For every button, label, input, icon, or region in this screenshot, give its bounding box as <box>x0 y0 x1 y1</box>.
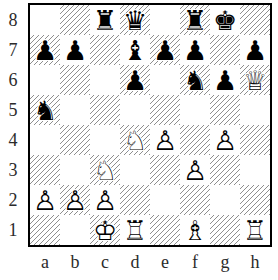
piece-black-pawn: ♟ <box>150 35 180 65</box>
square-g6[interactable]: ♟♟ <box>210 65 240 95</box>
rank-label-2: 2 <box>0 185 26 215</box>
piece-white-knight: ♘ <box>90 155 120 185</box>
piece-black-pawn: ♟ <box>180 35 210 65</box>
file-label-g: g <box>210 251 240 273</box>
piece-fill: ♞ <box>120 125 150 155</box>
square-b6[interactable] <box>60 65 90 95</box>
piece-fill: ♚ <box>90 215 120 245</box>
piece-fill: ♟ <box>60 35 90 65</box>
square-b3[interactable] <box>60 155 90 185</box>
piece-fill: ♚ <box>210 5 240 35</box>
square-e4[interactable]: ♟♙ <box>150 125 180 155</box>
square-b5[interactable] <box>60 95 90 125</box>
piece-black-bishop: ♝ <box>120 35 150 65</box>
square-h4[interactable] <box>240 125 270 155</box>
piece-white-pawn: ♙ <box>210 125 240 155</box>
square-b8[interactable] <box>60 5 90 35</box>
file-labels: abcdefgh <box>30 251 270 273</box>
piece-white-queen: ♕ <box>240 65 270 95</box>
rank-label-5: 5 <box>0 95 26 125</box>
square-e3[interactable] <box>150 155 180 185</box>
square-a4[interactable] <box>30 125 60 155</box>
square-c3[interactable]: ♞♘ <box>90 155 120 185</box>
piece-black-rook: ♜ <box>180 5 210 35</box>
piece-fill: ♜ <box>180 5 210 35</box>
square-d1[interactable]: ♜♖ <box>120 215 150 245</box>
square-a1[interactable] <box>30 215 60 245</box>
square-c7[interactable] <box>90 35 120 65</box>
piece-fill: ♟ <box>180 35 210 65</box>
square-g1[interactable] <box>210 215 240 245</box>
square-e5[interactable] <box>150 95 180 125</box>
square-c1[interactable]: ♚♔ <box>90 215 120 245</box>
square-f5[interactable] <box>180 95 210 125</box>
square-e7[interactable]: ♟♟ <box>150 35 180 65</box>
square-d6[interactable]: ♟♟ <box>120 65 150 95</box>
piece-fill: ♝ <box>120 35 150 65</box>
rank-label-8: 8 <box>0 5 26 35</box>
square-f1[interactable]: ♝♗ <box>180 215 210 245</box>
piece-fill: ♞ <box>180 65 210 95</box>
piece-white-pawn: ♙ <box>180 155 210 185</box>
square-h7[interactable]: ♟♟ <box>240 35 270 65</box>
square-a6[interactable] <box>30 65 60 95</box>
piece-fill: ♞ <box>90 155 120 185</box>
square-g4[interactable]: ♟♙ <box>210 125 240 155</box>
chess-diagram: 87654321 ♜♜♛♛♜♜♚♚♟♟♟♟♝♝♟♟♟♟♟♟♟♟♞♞♟♟♛♕♞♞♞… <box>0 0 278 280</box>
square-a7[interactable]: ♟♟ <box>30 35 60 65</box>
piece-fill: ♟ <box>120 65 150 95</box>
piece-fill: ♟ <box>210 65 240 95</box>
square-d8[interactable]: ♛♛ <box>120 5 150 35</box>
piece-fill: ♟ <box>150 125 180 155</box>
piece-white-knight: ♘ <box>120 125 150 155</box>
square-e1[interactable] <box>150 215 180 245</box>
square-h3[interactable] <box>240 155 270 185</box>
square-f4[interactable] <box>180 125 210 155</box>
file-label-b: b <box>60 251 90 273</box>
file-label-f: f <box>180 251 210 273</box>
square-e6[interactable] <box>150 65 180 95</box>
square-c6[interactable] <box>90 65 120 95</box>
piece-fill: ♟ <box>90 185 120 215</box>
file-label-c: c <box>90 251 120 273</box>
square-a8[interactable] <box>30 5 60 35</box>
rank-label-1: 1 <box>0 215 26 245</box>
piece-black-queen: ♛ <box>120 5 150 35</box>
square-g2[interactable] <box>210 185 240 215</box>
square-d3[interactable] <box>120 155 150 185</box>
piece-black-pawn: ♟ <box>30 35 60 65</box>
square-f7[interactable]: ♟♟ <box>180 35 210 65</box>
piece-white-pawn: ♙ <box>150 125 180 155</box>
rank-labels: 87654321 <box>0 5 26 245</box>
piece-fill: ♛ <box>240 65 270 95</box>
square-d7[interactable]: ♝♝ <box>120 35 150 65</box>
square-e2[interactable] <box>150 185 180 215</box>
square-f6[interactable]: ♞♞ <box>180 65 210 95</box>
file-label-d: d <box>120 251 150 273</box>
square-g3[interactable] <box>210 155 240 185</box>
square-d2[interactable] <box>120 185 150 215</box>
piece-fill: ♟ <box>240 35 270 65</box>
piece-black-pawn: ♟ <box>210 65 240 95</box>
piece-white-bishop: ♗ <box>180 215 210 245</box>
piece-black-king: ♚ <box>210 5 240 35</box>
square-f8[interactable]: ♜♜ <box>180 5 210 35</box>
piece-fill: ♜ <box>120 215 150 245</box>
square-h2[interactable] <box>240 185 270 215</box>
square-f3[interactable]: ♟♙ <box>180 155 210 185</box>
piece-black-pawn: ♟ <box>240 35 270 65</box>
piece-white-pawn: ♙ <box>90 185 120 215</box>
square-b4[interactable] <box>60 125 90 155</box>
square-h8[interactable] <box>240 5 270 35</box>
square-h1[interactable]: ♜♖ <box>240 215 270 245</box>
square-b1[interactable] <box>60 215 90 245</box>
piece-black-pawn: ♟ <box>120 65 150 95</box>
piece-fill: ♟ <box>210 125 240 155</box>
piece-fill: ♟ <box>30 35 60 65</box>
square-c5[interactable] <box>90 95 120 125</box>
piece-fill: ♜ <box>240 215 270 245</box>
piece-black-pawn: ♟ <box>60 35 90 65</box>
square-c4[interactable] <box>90 125 120 155</box>
square-c2[interactable]: ♟♙ <box>90 185 120 215</box>
rank-label-3: 3 <box>0 155 26 185</box>
file-label-a: a <box>30 251 60 273</box>
piece-fill: ♟ <box>60 185 90 215</box>
piece-fill: ♟ <box>30 185 60 215</box>
square-f2[interactable] <box>180 185 210 215</box>
square-a3[interactable] <box>30 155 60 185</box>
square-c8[interactable]: ♜♜ <box>90 5 120 35</box>
piece-black-rook: ♜ <box>90 5 120 35</box>
piece-white-pawn: ♙ <box>60 185 90 215</box>
piece-fill: ♟ <box>150 35 180 65</box>
square-e8[interactable] <box>150 5 180 35</box>
piece-fill: ♞ <box>30 95 60 125</box>
square-g8[interactable]: ♚♚ <box>210 5 240 35</box>
square-g5[interactable] <box>210 95 240 125</box>
rank-label-7: 7 <box>0 35 26 65</box>
square-b7[interactable]: ♟♟ <box>60 35 90 65</box>
square-a5[interactable]: ♞♞ <box>30 95 60 125</box>
piece-white-king: ♔ <box>90 215 120 245</box>
square-d5[interactable] <box>120 95 150 125</box>
square-h6[interactable]: ♛♕ <box>240 65 270 95</box>
piece-black-knight: ♞ <box>30 95 60 125</box>
piece-fill: ♜ <box>90 5 120 35</box>
piece-white-rook: ♖ <box>240 215 270 245</box>
square-h5[interactable] <box>240 95 270 125</box>
square-d4[interactable]: ♞♘ <box>120 125 150 155</box>
piece-white-pawn: ♙ <box>30 185 60 215</box>
rank-label-4: 4 <box>0 125 26 155</box>
square-g7[interactable] <box>210 35 240 65</box>
piece-fill: ♟ <box>180 155 210 185</box>
chess-board: ♜♜♛♛♜♜♚♚♟♟♟♟♝♝♟♟♟♟♟♟♟♟♞♞♟♟♛♕♞♞♞♘♟♙♟♙♞♘♟♙… <box>28 3 272 247</box>
piece-black-knight: ♞ <box>180 65 210 95</box>
square-b2[interactable]: ♟♙ <box>60 185 90 215</box>
piece-white-rook: ♖ <box>120 215 150 245</box>
rank-label-6: 6 <box>0 65 26 95</box>
square-a2[interactable]: ♟♙ <box>30 185 60 215</box>
piece-fill: ♝ <box>180 215 210 245</box>
piece-fill: ♛ <box>120 5 150 35</box>
file-label-h: h <box>240 251 270 273</box>
file-label-e: e <box>150 251 180 273</box>
